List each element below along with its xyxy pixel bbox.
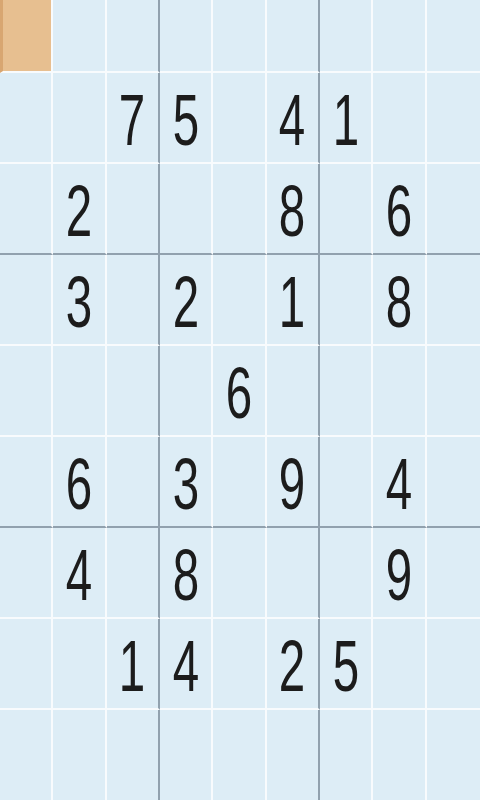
cell-value: 1	[119, 626, 145, 702]
cell-r4c7[interactable]	[373, 346, 426, 437]
cell-r0c0[interactable]	[0, 0, 53, 73]
cell-r4c8[interactable]	[427, 346, 480, 437]
cell-r6c3[interactable]: 8	[160, 528, 213, 619]
cell-r4c4[interactable]: 6	[213, 346, 266, 437]
cell-r6c2[interactable]	[107, 528, 160, 619]
cell-r6c6[interactable]	[320, 528, 373, 619]
cell-r2c5[interactable]: 8	[267, 164, 320, 255]
cell-value: 4	[279, 80, 305, 156]
cell-value: 6	[66, 444, 92, 520]
cell-r6c1[interactable]: 4	[53, 528, 106, 619]
cell-r4c1[interactable]	[53, 346, 106, 437]
sudoku-board: 75412863218663944891425	[0, 0, 480, 800]
cell-r3c2[interactable]	[107, 255, 160, 346]
cell-r7c5[interactable]: 2	[267, 619, 320, 710]
cell-r8c2[interactable]	[107, 710, 160, 800]
cell-value: 8	[172, 535, 198, 611]
cell-value: 8	[279, 171, 305, 247]
cell-r7c8[interactable]	[427, 619, 480, 710]
cell-r5c6[interactable]	[320, 437, 373, 528]
cell-r2c8[interactable]	[427, 164, 480, 255]
cell-r1c1[interactable]	[53, 73, 106, 164]
cell-r7c7[interactable]	[373, 619, 426, 710]
cell-r8c6[interactable]	[320, 710, 373, 800]
cell-r7c0[interactable]	[0, 619, 53, 710]
cell-r7c6[interactable]: 5	[320, 619, 373, 710]
cell-r4c5[interactable]	[267, 346, 320, 437]
cell-r6c7[interactable]: 9	[373, 528, 426, 619]
cell-r5c1[interactable]: 6	[53, 437, 106, 528]
cell-value: 8	[386, 262, 412, 338]
cell-r5c2[interactable]	[107, 437, 160, 528]
cell-value: 1	[332, 80, 358, 156]
cell-r8c0[interactable]	[0, 710, 53, 800]
cell-value: 4	[386, 444, 412, 520]
cell-value: 2	[172, 262, 198, 338]
cell-r1c8[interactable]	[427, 73, 480, 164]
cell-value: 2	[279, 626, 305, 702]
cell-r1c3[interactable]: 5	[160, 73, 213, 164]
cell-r1c2[interactable]: 7	[107, 73, 160, 164]
cell-r7c1[interactable]	[53, 619, 106, 710]
cell-r8c5[interactable]	[267, 710, 320, 800]
cell-r4c3[interactable]	[160, 346, 213, 437]
cell-value: 7	[119, 80, 145, 156]
cell-value: 6	[226, 353, 252, 429]
cell-r2c1[interactable]: 2	[53, 164, 106, 255]
cell-r0c3[interactable]	[160, 0, 213, 73]
cell-r5c7[interactable]: 4	[373, 437, 426, 528]
cell-r3c5[interactable]: 1	[267, 255, 320, 346]
cell-r5c0[interactable]	[0, 437, 53, 528]
cell-r8c3[interactable]	[160, 710, 213, 800]
cell-r8c1[interactable]	[53, 710, 106, 800]
cell-r0c4[interactable]	[213, 0, 266, 73]
cell-r8c4[interactable]	[213, 710, 266, 800]
cell-r0c6[interactable]	[320, 0, 373, 73]
cell-r4c6[interactable]	[320, 346, 373, 437]
cell-value: 4	[172, 626, 198, 702]
cell-r3c0[interactable]	[0, 255, 53, 346]
cell-value: 5	[172, 80, 198, 156]
cell-value: 2	[66, 171, 92, 247]
cell-r5c8[interactable]	[427, 437, 480, 528]
cell-value: 5	[332, 626, 358, 702]
cell-r1c6[interactable]: 1	[320, 73, 373, 164]
cell-r3c3[interactable]: 2	[160, 255, 213, 346]
cell-r4c2[interactable]	[107, 346, 160, 437]
cell-r2c3[interactable]	[160, 164, 213, 255]
cell-r2c7[interactable]: 6	[373, 164, 426, 255]
cell-r5c5[interactable]: 9	[267, 437, 320, 528]
cell-r7c4[interactable]	[213, 619, 266, 710]
cell-r3c1[interactable]: 3	[53, 255, 106, 346]
cell-r8c8[interactable]	[427, 710, 480, 800]
cell-r6c0[interactable]	[0, 528, 53, 619]
cell-r7c3[interactable]: 4	[160, 619, 213, 710]
cell-value: 9	[279, 444, 305, 520]
cell-value: 9	[386, 535, 412, 611]
cell-value: 1	[279, 262, 305, 338]
cell-r2c2[interactable]	[107, 164, 160, 255]
cell-r4c0[interactable]	[0, 346, 53, 437]
cell-value: 3	[66, 262, 92, 338]
cell-r3c4[interactable]	[213, 255, 266, 346]
cell-r8c7[interactable]	[373, 710, 426, 800]
cell-r2c4[interactable]	[213, 164, 266, 255]
cell-r0c7[interactable]	[373, 0, 426, 73]
cell-r1c7[interactable]	[373, 73, 426, 164]
cell-r1c4[interactable]	[213, 73, 266, 164]
cell-r0c5[interactable]	[267, 0, 320, 73]
cell-r6c5[interactable]	[267, 528, 320, 619]
cell-r3c7[interactable]: 8	[373, 255, 426, 346]
cell-r5c4[interactable]	[213, 437, 266, 528]
cell-value: 6	[386, 171, 412, 247]
cell-r1c5[interactable]: 4	[267, 73, 320, 164]
cell-r6c4[interactable]	[213, 528, 266, 619]
cell-r0c8[interactable]	[427, 0, 480, 73]
cell-r1c0[interactable]	[0, 73, 53, 164]
cell-r7c2[interactable]: 1	[107, 619, 160, 710]
cell-r5c3[interactable]: 3	[160, 437, 213, 528]
cell-r6c8[interactable]	[427, 528, 480, 619]
cell-r0c2[interactable]	[107, 0, 160, 73]
cell-value: 3	[172, 444, 198, 520]
cell-r0c1[interactable]	[53, 0, 106, 73]
cell-r2c0[interactable]	[0, 164, 53, 255]
cell-value: 4	[66, 535, 92, 611]
cell-r3c6[interactable]	[320, 255, 373, 346]
cell-r3c8[interactable]	[427, 255, 480, 346]
cell-r2c6[interactable]	[320, 164, 373, 255]
